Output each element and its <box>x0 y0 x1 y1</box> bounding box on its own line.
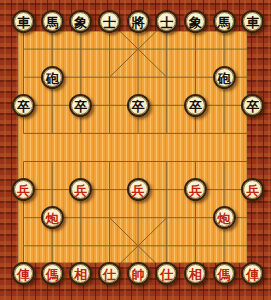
piece-glyph: 馬 <box>218 15 231 28</box>
piece-red-soldier[interactable]: 兵 <box>184 178 207 201</box>
piece-black-advisor[interactable]: 士 <box>98 10 121 33</box>
piece-red-soldier[interactable]: 兵 <box>69 178 92 201</box>
piece-red-chariot[interactable]: 俥 <box>12 262 35 285</box>
piece-glyph: 卒 <box>132 99 145 112</box>
piece-glyph: 兵 <box>132 184 145 197</box>
piece-black-advisor[interactable]: 士 <box>155 10 178 33</box>
piece-glyph: 仕 <box>160 268 173 281</box>
piece-glyph: 砲 <box>218 71 231 84</box>
piece-red-general[interactable]: 帥 <box>127 262 150 285</box>
piece-glyph: 兵 <box>246 184 259 197</box>
piece-black-soldier[interactable]: 卒 <box>241 94 264 117</box>
piece-glyph: 相 <box>189 268 202 281</box>
piece-red-chariot[interactable]: 俥 <box>241 262 264 285</box>
piece-black-chariot[interactable]: 車 <box>241 10 264 33</box>
piece-glyph: 兵 <box>74 184 87 197</box>
piece-red-horse[interactable]: 傌 <box>213 262 236 285</box>
piece-red-soldier[interactable]: 兵 <box>241 178 264 201</box>
piece-glyph: 俥 <box>246 268 259 281</box>
piece-red-elephant[interactable]: 相 <box>184 262 207 285</box>
piece-glyph: 將 <box>132 15 145 28</box>
piece-glyph: 仕 <box>103 268 116 281</box>
piece-black-elephant[interactable]: 象 <box>69 10 92 33</box>
piece-black-chariot[interactable]: 車 <box>12 10 35 33</box>
piece-red-cannon[interactable]: 炮 <box>41 206 64 229</box>
piece-black-soldier[interactable]: 卒 <box>12 94 35 117</box>
piece-black-cannon[interactable]: 砲 <box>213 66 236 89</box>
piece-glyph: 兵 <box>17 184 30 197</box>
piece-red-horse[interactable]: 傌 <box>41 262 64 285</box>
piece-black-soldier[interactable]: 卒 <box>184 94 207 117</box>
piece-black-general[interactable]: 將 <box>127 10 150 33</box>
piece-glyph: 炮 <box>46 212 59 225</box>
piece-red-elephant[interactable]: 相 <box>69 262 92 285</box>
piece-glyph: 帥 <box>132 268 145 281</box>
piece-black-soldier[interactable]: 卒 <box>127 94 150 117</box>
piece-red-soldier[interactable]: 兵 <box>127 178 150 201</box>
board-frame: 車馬象士將士象馬車砲砲卒卒卒卒卒兵兵兵兵兵炮炮俥傌相仕帥仕相傌俥 <box>0 0 271 300</box>
piece-glyph: 士 <box>160 15 173 28</box>
piece-glyph: 卒 <box>74 99 87 112</box>
piece-glyph: 砲 <box>46 71 59 84</box>
piece-glyph: 象 <box>189 15 202 28</box>
piece-red-advisor[interactable]: 仕 <box>155 262 178 285</box>
piece-black-horse[interactable]: 馬 <box>41 10 64 33</box>
piece-glyph: 傌 <box>46 268 59 281</box>
piece-red-cannon[interactable]: 炮 <box>213 206 236 229</box>
piece-glyph: 卒 <box>17 99 30 112</box>
piece-glyph: 炮 <box>218 212 231 225</box>
piece-glyph: 車 <box>246 15 259 28</box>
piece-black-elephant[interactable]: 象 <box>184 10 207 33</box>
piece-red-advisor[interactable]: 仕 <box>98 262 121 285</box>
piece-glyph: 俥 <box>17 268 30 281</box>
piece-glyph: 車 <box>17 15 30 28</box>
piece-glyph: 象 <box>74 15 87 28</box>
piece-black-soldier[interactable]: 卒 <box>69 94 92 117</box>
piece-glyph: 卒 <box>189 99 202 112</box>
piece-black-cannon[interactable]: 砲 <box>41 66 64 89</box>
piece-glyph: 兵 <box>189 184 202 197</box>
piece-glyph: 傌 <box>218 268 231 281</box>
pieces-layer: 車馬象士將士象馬車砲砲卒卒卒卒卒兵兵兵兵兵炮炮俥傌相仕帥仕相傌俥 <box>0 0 271 300</box>
piece-red-soldier[interactable]: 兵 <box>12 178 35 201</box>
piece-glyph: 相 <box>74 268 87 281</box>
piece-glyph: 士 <box>103 15 116 28</box>
piece-glyph: 馬 <box>46 15 59 28</box>
piece-black-horse[interactable]: 馬 <box>213 10 236 33</box>
piece-glyph: 卒 <box>246 99 259 112</box>
